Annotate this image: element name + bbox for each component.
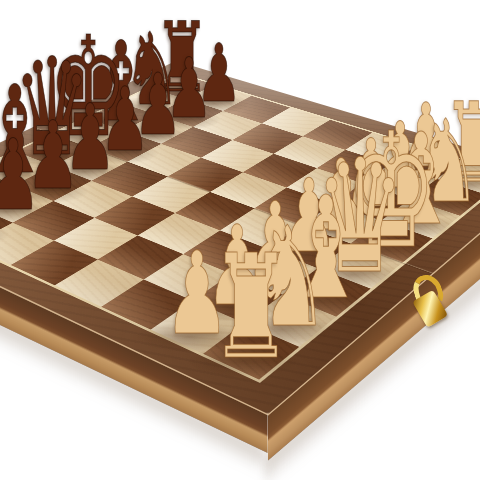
piece-black-pawn-b7: ♟ [0, 126, 42, 224]
pieces-layer: ♜♞♝♛♚♝♞♜♟♟♟♟♟♟♟♟♟♟♟♟♟♟♟♟♜♞♝♛♚♝♞♜ [0, 0, 480, 480]
piece-white-rook-a1: ♜ [210, 235, 293, 379]
chess-set-photo: ♜♞♝♛♚♝♞♜♟♟♟♟♟♟♟♟♟♟♟♟♟♟♟♟♜♞♝♛♚♝♞♜ [0, 0, 480, 480]
